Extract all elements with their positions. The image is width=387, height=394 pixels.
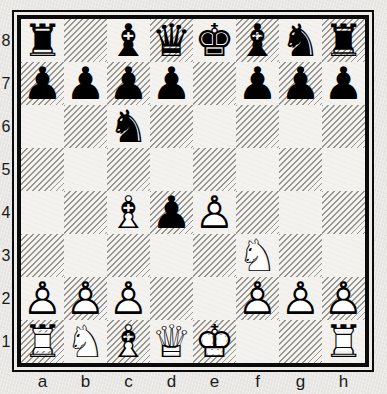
file-label-d: d	[150, 371, 193, 393]
square-f3[interactable]: ♞♘	[236, 234, 279, 277]
file-label-f: f	[236, 371, 279, 393]
black-pawn: ♟	[21, 62, 64, 105]
square-c2[interactable]: ♟♙	[107, 277, 150, 320]
square-a3[interactable]	[21, 234, 64, 277]
square-a4[interactable]	[21, 191, 64, 234]
white-pawn: ♟♙	[322, 277, 365, 320]
square-c3[interactable]	[107, 234, 150, 277]
square-b3[interactable]	[64, 234, 107, 277]
square-e6[interactable]	[193, 105, 236, 148]
square-h7[interactable]: ♟	[322, 62, 365, 105]
square-f6[interactable]	[236, 105, 279, 148]
square-d2[interactable]	[150, 277, 193, 320]
rank-label-6: 6	[0, 105, 12, 148]
square-d5[interactable]	[150, 148, 193, 191]
rank-label-8: 8	[0, 19, 12, 62]
square-b6[interactable]	[64, 105, 107, 148]
black-rook: ♜	[322, 19, 365, 62]
white-king: ♚♔	[193, 320, 236, 363]
square-c1[interactable]: ♝♗	[107, 320, 150, 363]
square-f2[interactable]: ♟♙	[236, 277, 279, 320]
square-e5[interactable]	[193, 148, 236, 191]
square-e1[interactable]: ♚♔	[193, 320, 236, 363]
board-frame: ♜♝♛♚♝♞♜♟♟♟♟♟♟♟♞♝♗♟♟♙♞♘♟♙♟♙♟♙♟♙♟♙♟♙♜♖♞♘♝♗…	[12, 10, 374, 372]
square-a5[interactable]	[21, 148, 64, 191]
file-label-c: c	[107, 371, 150, 393]
white-rook: ♜♖	[322, 320, 365, 363]
file-label-h: h	[322, 371, 365, 393]
square-c4[interactable]: ♝♗	[107, 191, 150, 234]
square-f4[interactable]	[236, 191, 279, 234]
square-f8[interactable]: ♝	[236, 19, 279, 62]
square-g8[interactable]: ♞	[279, 19, 322, 62]
file-labels: abcdefgh	[21, 371, 365, 393]
square-h5[interactable]	[322, 148, 365, 191]
square-c8[interactable]: ♝	[107, 19, 150, 62]
rank-labels: 87654321	[0, 19, 12, 363]
file-label-e: e	[193, 371, 236, 393]
square-a7[interactable]: ♟	[21, 62, 64, 105]
square-b1[interactable]: ♞♘	[64, 320, 107, 363]
square-g6[interactable]	[279, 105, 322, 148]
rank-label-1: 1	[0, 320, 12, 363]
chess-diagram: 87654321 ♜♝♛♚♝♞♜♟♟♟♟♟♟♟♞♝♗♟♟♙♞♘♟♙♟♙♟♙♟♙♟…	[0, 0, 387, 394]
square-e8[interactable]: ♚	[193, 19, 236, 62]
black-pawn: ♟	[64, 62, 107, 105]
square-h4[interactable]	[322, 191, 365, 234]
black-queen: ♛	[150, 19, 193, 62]
square-b4[interactable]	[64, 191, 107, 234]
board-inner-frame: ♜♝♛♚♝♞♜♟♟♟♟♟♟♟♞♝♗♟♟♙♞♘♟♙♟♙♟♙♟♙♟♙♟♙♜♖♞♘♝♗…	[17, 15, 369, 367]
black-bishop: ♝	[107, 19, 150, 62]
black-pawn: ♟	[150, 62, 193, 105]
white-pawn: ♟♙	[64, 277, 107, 320]
square-a2[interactable]: ♟♙	[21, 277, 64, 320]
rank-label-3: 3	[0, 234, 12, 277]
file-label-b: b	[64, 371, 107, 393]
rank-label-4: 4	[0, 191, 12, 234]
square-f7[interactable]: ♟	[236, 62, 279, 105]
black-knight: ♞	[279, 19, 322, 62]
square-d4[interactable]: ♟	[150, 191, 193, 234]
square-f1[interactable]	[236, 320, 279, 363]
white-bishop: ♝♗	[107, 320, 150, 363]
square-e3[interactable]	[193, 234, 236, 277]
square-e7[interactable]	[193, 62, 236, 105]
white-rook: ♜♖	[21, 320, 64, 363]
black-pawn: ♟	[150, 191, 193, 234]
white-pawn: ♟♙	[193, 191, 236, 234]
black-bishop: ♝	[236, 19, 279, 62]
square-a8[interactable]: ♜	[21, 19, 64, 62]
square-g1[interactable]	[279, 320, 322, 363]
white-queen: ♛♕	[150, 320, 193, 363]
square-a6[interactable]	[21, 105, 64, 148]
file-label-g: g	[279, 371, 322, 393]
black-pawn: ♟	[322, 62, 365, 105]
black-king: ♚	[193, 19, 236, 62]
square-c6[interactable]: ♞	[107, 105, 150, 148]
square-g5[interactable]	[279, 148, 322, 191]
white-pawn: ♟♙	[107, 277, 150, 320]
white-knight: ♞♘	[236, 234, 279, 277]
square-g4[interactable]	[279, 191, 322, 234]
square-d6[interactable]	[150, 105, 193, 148]
rank-label-5: 5	[0, 148, 12, 191]
square-c5[interactable]	[107, 148, 150, 191]
square-d1[interactable]: ♛♕	[150, 320, 193, 363]
square-h8[interactable]: ♜	[322, 19, 365, 62]
white-bishop: ♝♗	[107, 191, 150, 234]
square-h2[interactable]: ♟♙	[322, 277, 365, 320]
board-grid: ♜♝♛♚♝♞♜♟♟♟♟♟♟♟♞♝♗♟♟♙♞♘♟♙♟♙♟♙♟♙♟♙♟♙♜♖♞♘♝♗…	[21, 19, 365, 363]
square-g7[interactable]: ♟	[279, 62, 322, 105]
black-pawn: ♟	[236, 62, 279, 105]
white-knight: ♞♘	[64, 320, 107, 363]
square-d3[interactable]	[150, 234, 193, 277]
square-e4[interactable]: ♟♙	[193, 191, 236, 234]
white-pawn: ♟♙	[236, 277, 279, 320]
white-pawn: ♟♙	[279, 277, 322, 320]
black-pawn: ♟	[107, 62, 150, 105]
square-b2[interactable]: ♟♙	[64, 277, 107, 320]
square-b5[interactable]	[64, 148, 107, 191]
square-b8[interactable]	[64, 19, 107, 62]
square-h1[interactable]: ♜♖	[322, 320, 365, 363]
rank-label-7: 7	[0, 62, 12, 105]
square-a1[interactable]: ♜♖	[21, 320, 64, 363]
square-e2[interactable]	[193, 277, 236, 320]
black-rook: ♜	[21, 19, 64, 62]
square-g3[interactable]	[279, 234, 322, 277]
file-label-a: a	[21, 371, 64, 393]
black-knight: ♞	[107, 105, 150, 148]
square-b7[interactable]: ♟	[64, 62, 107, 105]
black-pawn: ♟	[279, 62, 322, 105]
square-d8[interactable]: ♛	[150, 19, 193, 62]
square-g2[interactable]: ♟♙	[279, 277, 322, 320]
rank-label-2: 2	[0, 277, 12, 320]
square-c7[interactable]: ♟	[107, 62, 150, 105]
white-pawn: ♟♙	[21, 277, 64, 320]
square-d7[interactable]: ♟	[150, 62, 193, 105]
square-f5[interactable]	[236, 148, 279, 191]
square-h6[interactable]	[322, 105, 365, 148]
square-h3[interactable]	[322, 234, 365, 277]
